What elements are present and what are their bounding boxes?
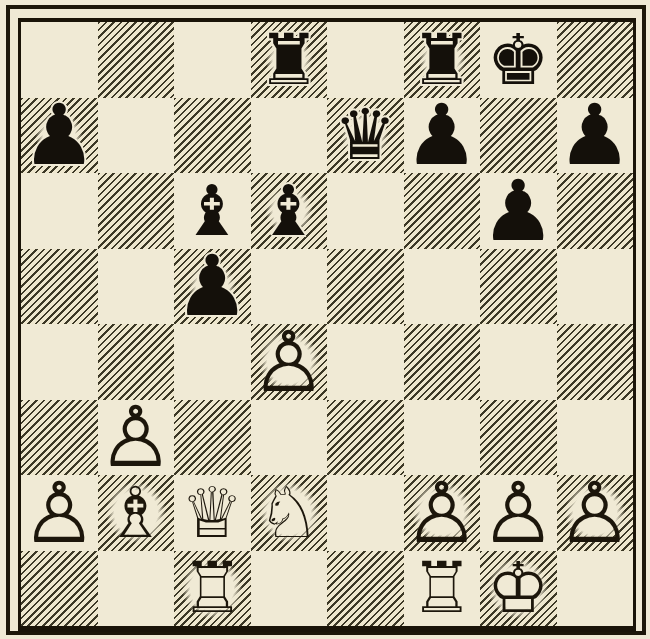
square-d2[interactable]: ♘ bbox=[251, 475, 328, 551]
square-b8[interactable] bbox=[98, 22, 175, 98]
white-rook: ♖ bbox=[176, 552, 248, 625]
square-e8[interactable] bbox=[327, 22, 404, 98]
square-h7[interactable]: ♟ bbox=[557, 98, 634, 174]
square-h6[interactable] bbox=[557, 173, 634, 249]
square-a5[interactable] bbox=[21, 249, 98, 325]
square-h8[interactable] bbox=[557, 22, 634, 98]
white-pawn: ♙ bbox=[100, 401, 172, 474]
square-a1[interactable] bbox=[21, 551, 98, 627]
white-bishop: ♗ bbox=[100, 476, 172, 549]
square-a2[interactable]: ♙ bbox=[21, 475, 98, 551]
square-e7[interactable]: ♛ bbox=[327, 98, 404, 174]
square-f6[interactable] bbox=[404, 173, 481, 249]
square-g6[interactable]: ♟ bbox=[480, 173, 557, 249]
square-e4[interactable] bbox=[327, 324, 404, 400]
square-g1[interactable]: ♔ bbox=[480, 551, 557, 627]
square-e3[interactable] bbox=[327, 400, 404, 476]
square-g8[interactable]: ♚ bbox=[480, 22, 557, 98]
black-rook: ♜ bbox=[253, 23, 325, 96]
square-f2[interactable]: ♙ bbox=[404, 475, 481, 551]
square-f8[interactable]: ♜ bbox=[404, 22, 481, 98]
square-c3[interactable] bbox=[174, 400, 251, 476]
square-b3[interactable]: ♙ bbox=[98, 400, 175, 476]
square-h5[interactable] bbox=[557, 249, 634, 325]
chess-board: ♜♜♚♟♛♟♟♝♝♟♟♙♙♙♗♕♘♙♙♙♖♖♔ bbox=[18, 18, 636, 632]
square-d4[interactable]: ♙ bbox=[251, 324, 328, 400]
black-bishop: ♝ bbox=[176, 174, 248, 247]
square-f1[interactable]: ♖ bbox=[404, 551, 481, 627]
square-f3[interactable] bbox=[404, 400, 481, 476]
square-c7[interactable] bbox=[174, 98, 251, 174]
square-g2[interactable]: ♙ bbox=[480, 475, 557, 551]
square-b4[interactable] bbox=[98, 324, 175, 400]
square-a6[interactable] bbox=[21, 173, 98, 249]
square-h1[interactable] bbox=[557, 551, 634, 627]
white-king: ♔ bbox=[482, 552, 554, 625]
square-h3[interactable] bbox=[557, 400, 634, 476]
white-knight: ♘ bbox=[253, 476, 325, 549]
white-pawn: ♙ bbox=[559, 476, 631, 549]
black-bishop: ♝ bbox=[253, 174, 325, 247]
square-b5[interactable] bbox=[98, 249, 175, 325]
black-rook: ♜ bbox=[406, 23, 478, 96]
square-c8[interactable] bbox=[174, 22, 251, 98]
square-e2[interactable] bbox=[327, 475, 404, 551]
square-d7[interactable] bbox=[251, 98, 328, 174]
white-rook: ♖ bbox=[406, 552, 478, 625]
square-a8[interactable] bbox=[21, 22, 98, 98]
black-queen: ♛ bbox=[329, 99, 401, 172]
black-pawn: ♟ bbox=[406, 99, 478, 172]
square-e1[interactable] bbox=[327, 551, 404, 627]
square-d1[interactable] bbox=[251, 551, 328, 627]
square-g7[interactable] bbox=[480, 98, 557, 174]
square-a7[interactable]: ♟ bbox=[21, 98, 98, 174]
square-g5[interactable] bbox=[480, 249, 557, 325]
white-queen: ♕ bbox=[176, 476, 248, 549]
white-pawn: ♙ bbox=[406, 476, 478, 549]
square-c2[interactable]: ♕ bbox=[174, 475, 251, 551]
square-c1[interactable]: ♖ bbox=[174, 551, 251, 627]
black-pawn: ♟ bbox=[23, 99, 95, 172]
square-b2[interactable]: ♗ bbox=[98, 475, 175, 551]
white-pawn: ♙ bbox=[253, 325, 325, 398]
square-a4[interactable] bbox=[21, 324, 98, 400]
square-h4[interactable] bbox=[557, 324, 634, 400]
square-b6[interactable] bbox=[98, 173, 175, 249]
white-pawn: ♙ bbox=[482, 476, 554, 549]
square-b7[interactable] bbox=[98, 98, 175, 174]
square-c5[interactable]: ♟ bbox=[174, 249, 251, 325]
square-f5[interactable] bbox=[404, 249, 481, 325]
square-f4[interactable] bbox=[404, 324, 481, 400]
square-d6[interactable]: ♝ bbox=[251, 173, 328, 249]
square-b1[interactable] bbox=[98, 551, 175, 627]
square-e6[interactable] bbox=[327, 173, 404, 249]
square-g3[interactable] bbox=[480, 400, 557, 476]
square-a3[interactable] bbox=[21, 400, 98, 476]
square-c6[interactable]: ♝ bbox=[174, 173, 251, 249]
black-pawn: ♟ bbox=[176, 250, 248, 323]
square-g4[interactable] bbox=[480, 324, 557, 400]
square-f7[interactable]: ♟ bbox=[404, 98, 481, 174]
square-d5[interactable] bbox=[251, 249, 328, 325]
square-e5[interactable] bbox=[327, 249, 404, 325]
black-pawn: ♟ bbox=[482, 174, 554, 247]
black-king: ♚ bbox=[482, 23, 554, 96]
square-c4[interactable] bbox=[174, 324, 251, 400]
square-h2[interactable]: ♙ bbox=[557, 475, 634, 551]
square-d8[interactable]: ♜ bbox=[251, 22, 328, 98]
black-pawn: ♟ bbox=[559, 99, 631, 172]
white-pawn: ♙ bbox=[23, 476, 95, 549]
square-d3[interactable] bbox=[251, 400, 328, 476]
